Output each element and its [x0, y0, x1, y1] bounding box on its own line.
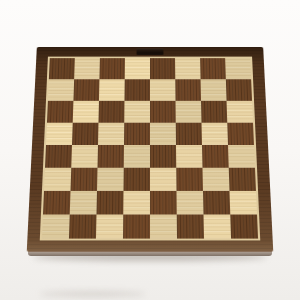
square-h7[interactable] — [226, 79, 252, 100]
square-a6[interactable] — [47, 101, 73, 123]
square-b2[interactable] — [70, 191, 97, 215]
square-f4[interactable] — [176, 145, 202, 168]
square-e7[interactable] — [150, 79, 176, 100]
square-b4[interactable] — [71, 145, 98, 168]
square-d6[interactable] — [124, 101, 150, 123]
square-a4[interactable] — [45, 145, 72, 168]
square-h3[interactable] — [229, 168, 256, 191]
square-f3[interactable] — [176, 168, 203, 191]
square-d5[interactable] — [124, 123, 150, 145]
square-a7[interactable] — [48, 79, 74, 100]
square-f5[interactable] — [176, 123, 202, 145]
square-c8[interactable] — [99, 58, 125, 79]
square-b8[interactable] — [74, 58, 100, 79]
square-h2[interactable] — [229, 191, 257, 215]
square-c7[interactable] — [99, 79, 125, 100]
square-e8[interactable] — [150, 58, 175, 79]
square-b1[interactable] — [69, 215, 97, 239]
square-c3[interactable] — [97, 168, 124, 191]
square-a8[interactable] — [49, 58, 75, 79]
square-g8[interactable] — [200, 58, 226, 79]
brand-plaque — [137, 49, 164, 55]
square-f6[interactable] — [176, 101, 202, 123]
square-g3[interactable] — [202, 168, 229, 191]
square-e5[interactable] — [150, 123, 176, 145]
square-g7[interactable] — [201, 79, 227, 100]
square-b5[interactable] — [72, 123, 98, 145]
square-h6[interactable] — [227, 101, 253, 123]
square-d8[interactable] — [125, 58, 150, 79]
square-e1[interactable] — [150, 215, 177, 239]
square-e6[interactable] — [150, 101, 176, 123]
square-h4[interactable] — [228, 145, 255, 168]
square-a5[interactable] — [46, 123, 73, 145]
square-c4[interactable] — [98, 145, 124, 168]
square-h5[interactable] — [227, 123, 254, 145]
board-inlay-line — [40, 57, 260, 241]
square-g1[interactable] — [204, 215, 232, 239]
square-a1[interactable] — [42, 215, 70, 239]
square-c5[interactable] — [98, 123, 124, 145]
square-f8[interactable] — [175, 58, 201, 79]
square-e2[interactable] — [150, 191, 177, 215]
square-c2[interactable] — [96, 191, 123, 215]
square-d4[interactable] — [124, 145, 150, 168]
chess-board — [27, 47, 274, 252]
square-d7[interactable] — [124, 79, 150, 100]
square-f1[interactable] — [177, 215, 204, 239]
square-a3[interactable] — [44, 168, 71, 191]
square-h8[interactable] — [225, 58, 251, 79]
square-a2[interactable] — [43, 191, 71, 215]
square-f7[interactable] — [175, 79, 201, 100]
square-b3[interactable] — [71, 168, 98, 191]
square-d1[interactable] — [123, 215, 150, 239]
square-b6[interactable] — [73, 101, 99, 123]
square-g6[interactable] — [201, 101, 227, 123]
square-g5[interactable] — [202, 123, 228, 145]
square-h1[interactable] — [230, 215, 258, 239]
square-g2[interactable] — [203, 191, 230, 215]
square-g4[interactable] — [202, 145, 229, 168]
board-shadow-faint — [40, 291, 145, 297]
square-c1[interactable] — [96, 215, 123, 239]
square-e3[interactable] — [150, 168, 176, 191]
scene-background — [0, 0, 300, 300]
board-squares — [42, 58, 258, 238]
square-b7[interactable] — [73, 79, 99, 100]
square-c6[interactable] — [98, 101, 124, 123]
square-f2[interactable] — [176, 191, 203, 215]
square-e4[interactable] — [150, 145, 176, 168]
square-d2[interactable] — [123, 191, 150, 215]
square-d3[interactable] — [124, 168, 150, 191]
